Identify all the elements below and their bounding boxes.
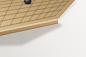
go-board-scene — [0, 0, 86, 57]
go-board-photo — [0, 0, 86, 57]
